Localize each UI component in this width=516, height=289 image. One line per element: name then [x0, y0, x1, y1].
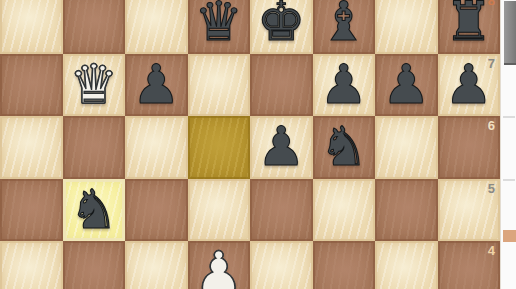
square-f8[interactable]: ♝: [313, 0, 376, 54]
square-d7[interactable]: [188, 54, 251, 117]
square-a5[interactable]: [0, 179, 63, 242]
square-b7[interactable]: ♛: [63, 54, 126, 117]
scrollbar-strip[interactable]: [500, 0, 516, 289]
square-h4[interactable]: 4: [438, 241, 501, 289]
rank-coordinate-7: 7: [488, 56, 495, 71]
square-c8[interactable]: [125, 0, 188, 54]
square-e5[interactable]: [250, 179, 313, 242]
chess-app-screenshot: ♛♚♝♜8♛♟♟♟♟7♟♞6♞5♟4: [0, 0, 516, 289]
square-g7[interactable]: ♟: [375, 54, 438, 117]
square-h5[interactable]: 5: [438, 179, 501, 242]
square-d4[interactable]: ♟: [188, 241, 251, 289]
black-queen-piece-d8[interactable]: ♛: [195, 0, 243, 54]
square-d5[interactable]: [188, 179, 251, 242]
white-queen-piece-b7[interactable]: ♛: [70, 54, 118, 117]
square-f4[interactable]: [313, 241, 376, 289]
black-rook-piece-h8[interactable]: ♜: [445, 0, 493, 54]
chess-board: ♛♚♝♜8♛♟♟♟♟7♟♞6♞5♟4: [0, 0, 500, 289]
black-bishop-piece-f8[interactable]: ♝: [320, 0, 368, 54]
white-pawn-piece-d4[interactable]: ♟: [195, 241, 243, 289]
square-c6[interactable]: [125, 116, 188, 179]
square-b6[interactable]: [63, 116, 126, 179]
square-d6[interactable]: [188, 116, 251, 179]
black-pawn-piece-h7[interactable]: ♟: [445, 54, 493, 117]
square-b8[interactable]: [63, 0, 126, 54]
square-e4[interactable]: [250, 241, 313, 289]
square-a6[interactable]: [0, 116, 63, 179]
square-h7[interactable]: ♟7: [438, 54, 501, 117]
square-f5[interactable]: [313, 179, 376, 242]
square-e6[interactable]: ♟: [250, 116, 313, 179]
square-g6[interactable]: [375, 116, 438, 179]
square-g5[interactable]: [375, 179, 438, 242]
square-b5[interactable]: ♞: [63, 179, 126, 242]
black-pawn-piece-e6[interactable]: ♟: [257, 116, 305, 179]
rank-coordinate-6: 6: [488, 118, 495, 133]
square-g4[interactable]: [375, 241, 438, 289]
black-king-piece-e8[interactable]: ♚: [257, 0, 305, 54]
square-c7[interactable]: ♟: [125, 54, 188, 117]
square-a4[interactable]: [0, 241, 63, 289]
square-a7[interactable]: [0, 54, 63, 117]
square-b4[interactable]: [63, 241, 126, 289]
square-c4[interactable]: [125, 241, 188, 289]
black-pawn-piece-f7[interactable]: ♟: [320, 54, 368, 117]
list-separator: [503, 179, 515, 181]
square-g8[interactable]: [375, 0, 438, 54]
rank-coordinate-5: 5: [488, 181, 495, 196]
scrollbar-thumb[interactable]: [504, 1, 516, 65]
square-e8[interactable]: ♚: [250, 0, 313, 54]
black-pawn-piece-g7[interactable]: ♟: [382, 54, 430, 117]
square-f6[interactable]: ♞: [313, 116, 376, 179]
square-d8[interactable]: ♛: [188, 0, 251, 54]
square-h6[interactable]: 6: [438, 116, 501, 179]
square-c5[interactable]: [125, 179, 188, 242]
highlighted-list-item-edge[interactable]: [503, 230, 516, 242]
square-a8[interactable]: [0, 0, 63, 54]
square-e7[interactable]: [250, 54, 313, 117]
black-knight-piece-f6[interactable]: ♞: [320, 116, 368, 179]
rank-coordinate-4: 4: [488, 243, 495, 258]
list-separator: [503, 116, 515, 118]
square-f7[interactable]: ♟: [313, 54, 376, 117]
black-knight-piece-b5[interactable]: ♞: [70, 179, 118, 242]
square-h8[interactable]: ♜8: [438, 0, 501, 54]
black-pawn-piece-c7[interactable]: ♟: [132, 54, 180, 117]
rank-coordinate-8: 8: [488, 0, 495, 8]
